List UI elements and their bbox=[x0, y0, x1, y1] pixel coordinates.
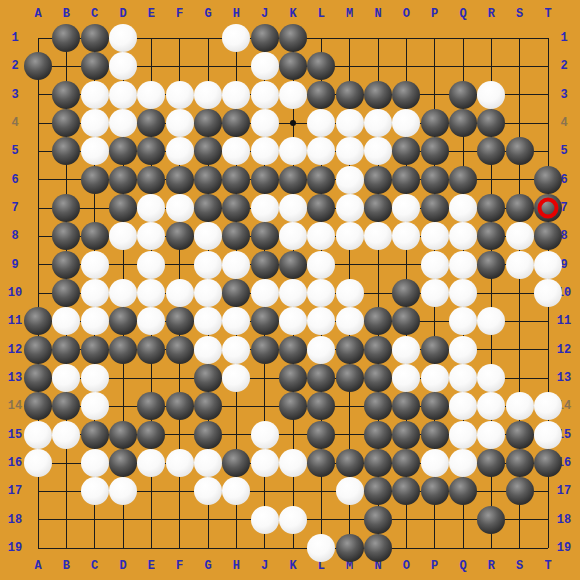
row-label-right-4: 4 bbox=[560, 117, 567, 129]
white-stone-M6[interactable] bbox=[336, 166, 364, 194]
black-stone-S7[interactable] bbox=[506, 194, 534, 222]
white-stone-L4[interactable] bbox=[307, 109, 335, 137]
row-label-left-13: 13 bbox=[8, 372, 22, 384]
grid-line-horizontal bbox=[38, 548, 548, 549]
white-stone-F5[interactable] bbox=[166, 137, 194, 165]
black-stone-S16[interactable] bbox=[506, 449, 534, 477]
white-stone-P10[interactable] bbox=[421, 279, 449, 307]
black-stone-P4[interactable] bbox=[421, 109, 449, 137]
black-stone-O17[interactable] bbox=[392, 477, 420, 505]
black-stone-A2[interactable] bbox=[24, 52, 52, 80]
white-stone-T9[interactable] bbox=[534, 251, 562, 279]
column-label-top-M: M bbox=[346, 8, 353, 20]
black-stone-L7[interactable] bbox=[307, 194, 335, 222]
black-stone-H10[interactable] bbox=[222, 279, 250, 307]
white-stone-J2[interactable] bbox=[251, 52, 279, 80]
black-stone-N15[interactable] bbox=[364, 421, 392, 449]
black-stone-O6[interactable] bbox=[392, 166, 420, 194]
black-stone-R7[interactable] bbox=[477, 194, 505, 222]
black-stone-F6[interactable] bbox=[166, 166, 194, 194]
white-stone-Q12[interactable] bbox=[449, 336, 477, 364]
row-label-left-16: 16 bbox=[8, 457, 22, 469]
black-stone-J12[interactable] bbox=[251, 336, 279, 364]
black-stone-D6[interactable] bbox=[109, 166, 137, 194]
white-stone-C9[interactable] bbox=[81, 251, 109, 279]
column-label-top-R: R bbox=[488, 8, 495, 20]
black-stone-O5[interactable] bbox=[392, 137, 420, 165]
column-label-top-J: J bbox=[261, 8, 268, 20]
row-label-left-5: 5 bbox=[11, 145, 18, 157]
column-label-bottom-S: S bbox=[516, 560, 523, 572]
black-stone-L6[interactable] bbox=[307, 166, 335, 194]
white-stone-J3[interactable] bbox=[251, 81, 279, 109]
black-stone-Q17[interactable] bbox=[449, 477, 477, 505]
white-stone-C3[interactable] bbox=[81, 81, 109, 109]
white-stone-D8[interactable] bbox=[109, 222, 137, 250]
black-stone-H6[interactable] bbox=[222, 166, 250, 194]
column-label-top-H: H bbox=[233, 8, 240, 20]
black-stone-R18[interactable] bbox=[477, 506, 505, 534]
black-stone-C1[interactable] bbox=[81, 24, 109, 52]
row-label-left-2: 2 bbox=[11, 60, 18, 72]
black-stone-C2[interactable] bbox=[81, 52, 109, 80]
black-stone-L13[interactable] bbox=[307, 364, 335, 392]
black-stone-N3[interactable] bbox=[364, 81, 392, 109]
white-stone-R3[interactable] bbox=[477, 81, 505, 109]
black-stone-O16[interactable] bbox=[392, 449, 420, 477]
column-label-top-O: O bbox=[403, 8, 410, 20]
white-stone-K18[interactable] bbox=[279, 506, 307, 534]
black-stone-E15[interactable] bbox=[137, 421, 165, 449]
black-stone-Q3[interactable] bbox=[449, 81, 477, 109]
white-stone-P13[interactable] bbox=[421, 364, 449, 392]
white-stone-C16[interactable] bbox=[81, 449, 109, 477]
black-stone-M3[interactable] bbox=[336, 81, 364, 109]
black-stone-B7[interactable] bbox=[52, 194, 80, 222]
black-stone-N6[interactable] bbox=[364, 166, 392, 194]
black-stone-H8[interactable] bbox=[222, 222, 250, 250]
black-stone-E6[interactable] bbox=[137, 166, 165, 194]
column-label-top-N: N bbox=[374, 8, 381, 20]
white-stone-H12[interactable] bbox=[222, 336, 250, 364]
black-stone-E12[interactable] bbox=[137, 336, 165, 364]
black-stone-T16[interactable] bbox=[534, 449, 562, 477]
white-stone-K10[interactable] bbox=[279, 279, 307, 307]
white-stone-M4[interactable] bbox=[336, 109, 364, 137]
black-stone-R9[interactable] bbox=[477, 251, 505, 279]
black-stone-L3[interactable] bbox=[307, 81, 335, 109]
white-stone-O8[interactable] bbox=[392, 222, 420, 250]
white-stone-O13[interactable] bbox=[392, 364, 420, 392]
white-stone-L19[interactable] bbox=[307, 534, 335, 562]
white-stone-K5[interactable] bbox=[279, 137, 307, 165]
black-stone-P15[interactable] bbox=[421, 421, 449, 449]
white-stone-C11[interactable] bbox=[81, 307, 109, 335]
black-stone-Q6[interactable] bbox=[449, 166, 477, 194]
black-stone-C12[interactable] bbox=[81, 336, 109, 364]
black-stone-T6[interactable] bbox=[534, 166, 562, 194]
go-game-screen: AABBCCDDEEFFGGHHJJKKLLMMNNOOPPQQRRSSTT11… bbox=[0, 0, 580, 580]
white-stone-Q8[interactable] bbox=[449, 222, 477, 250]
white-stone-L5[interactable] bbox=[307, 137, 335, 165]
black-stone-P5[interactable] bbox=[421, 137, 449, 165]
black-stone-P12[interactable] bbox=[421, 336, 449, 364]
black-stone-G7[interactable] bbox=[194, 194, 222, 222]
black-stone-K13[interactable] bbox=[279, 364, 307, 392]
white-stone-P9[interactable] bbox=[421, 251, 449, 279]
black-stone-N17[interactable] bbox=[364, 477, 392, 505]
white-stone-P16[interactable] bbox=[421, 449, 449, 477]
row-label-left-3: 3 bbox=[11, 89, 18, 101]
white-stone-E7[interactable] bbox=[137, 194, 165, 222]
white-stone-G9[interactable] bbox=[194, 251, 222, 279]
white-stone-K3[interactable] bbox=[279, 81, 307, 109]
black-stone-K1[interactable] bbox=[279, 24, 307, 52]
white-stone-G11[interactable] bbox=[194, 307, 222, 335]
black-stone-D16[interactable] bbox=[109, 449, 137, 477]
white-stone-D4[interactable] bbox=[109, 109, 137, 137]
black-stone-N13[interactable] bbox=[364, 364, 392, 392]
white-stone-L12[interactable] bbox=[307, 336, 335, 364]
white-stone-G8[interactable] bbox=[194, 222, 222, 250]
black-stone-A11[interactable] bbox=[24, 307, 52, 335]
white-stone-T10[interactable] bbox=[534, 279, 562, 307]
black-stone-N19[interactable] bbox=[364, 534, 392, 562]
black-stone-B3[interactable] bbox=[52, 81, 80, 109]
white-stone-D2[interactable] bbox=[109, 52, 137, 80]
black-stone-F12[interactable] bbox=[166, 336, 194, 364]
white-stone-E8[interactable] bbox=[137, 222, 165, 250]
black-stone-E4[interactable] bbox=[137, 109, 165, 137]
row-label-left-4: 4 bbox=[11, 117, 18, 129]
white-stone-H17[interactable] bbox=[222, 477, 250, 505]
white-stone-M10[interactable] bbox=[336, 279, 364, 307]
white-stone-J5[interactable] bbox=[251, 137, 279, 165]
white-stone-E11[interactable] bbox=[137, 307, 165, 335]
black-stone-O11[interactable] bbox=[392, 307, 420, 335]
white-stone-H11[interactable] bbox=[222, 307, 250, 335]
row-label-right-18: 18 bbox=[557, 514, 571, 526]
white-stone-M8[interactable] bbox=[336, 222, 364, 250]
black-stone-G15[interactable] bbox=[194, 421, 222, 449]
row-label-right-2: 2 bbox=[560, 60, 567, 72]
white-stone-B13[interactable] bbox=[52, 364, 80, 392]
white-stone-P8[interactable] bbox=[421, 222, 449, 250]
column-label-bottom-B: B bbox=[63, 560, 70, 572]
black-stone-P6[interactable] bbox=[421, 166, 449, 194]
white-stone-Q13[interactable] bbox=[449, 364, 477, 392]
black-stone-P14[interactable] bbox=[421, 392, 449, 420]
black-stone-R8[interactable] bbox=[477, 222, 505, 250]
column-label-bottom-E: E bbox=[148, 560, 155, 572]
black-stone-F11[interactable] bbox=[166, 307, 194, 335]
white-stone-C14[interactable] bbox=[81, 392, 109, 420]
white-stone-R15[interactable] bbox=[477, 421, 505, 449]
black-stone-K9[interactable] bbox=[279, 251, 307, 279]
white-stone-F4[interactable] bbox=[166, 109, 194, 137]
white-stone-G17[interactable] bbox=[194, 477, 222, 505]
black-stone-J1[interactable] bbox=[251, 24, 279, 52]
white-stone-R11[interactable] bbox=[477, 307, 505, 335]
black-stone-A12[interactable] bbox=[24, 336, 52, 364]
black-stone-J8[interactable] bbox=[251, 222, 279, 250]
black-stone-N18[interactable] bbox=[364, 506, 392, 534]
row-label-right-11: 11 bbox=[557, 315, 571, 327]
hoshi-point bbox=[290, 120, 296, 126]
column-label-top-S: S bbox=[516, 8, 523, 20]
white-stone-E16[interactable] bbox=[137, 449, 165, 477]
white-stone-K7[interactable] bbox=[279, 194, 307, 222]
white-stone-L10[interactable] bbox=[307, 279, 335, 307]
black-stone-O14[interactable] bbox=[392, 392, 420, 420]
column-label-bottom-J: J bbox=[261, 560, 268, 572]
black-stone-J9[interactable] bbox=[251, 251, 279, 279]
column-label-top-L: L bbox=[318, 8, 325, 20]
black-stone-B8[interactable] bbox=[52, 222, 80, 250]
black-stone-F14[interactable] bbox=[166, 392, 194, 420]
black-stone-D15[interactable] bbox=[109, 421, 137, 449]
white-stone-D1[interactable] bbox=[109, 24, 137, 52]
black-stone-O15[interactable] bbox=[392, 421, 420, 449]
black-stone-N7[interactable] bbox=[364, 194, 392, 222]
black-stone-L2[interactable] bbox=[307, 52, 335, 80]
row-label-right-17: 17 bbox=[557, 485, 571, 497]
white-stone-N4[interactable] bbox=[364, 109, 392, 137]
white-stone-J4[interactable] bbox=[251, 109, 279, 137]
white-stone-Q11[interactable] bbox=[449, 307, 477, 335]
white-stone-C5[interactable] bbox=[81, 137, 109, 165]
white-stone-D3[interactable] bbox=[109, 81, 137, 109]
white-stone-J15[interactable] bbox=[251, 421, 279, 449]
black-stone-J6[interactable] bbox=[251, 166, 279, 194]
black-stone-B1[interactable] bbox=[52, 24, 80, 52]
black-stone-K12[interactable] bbox=[279, 336, 307, 364]
black-stone-D7[interactable] bbox=[109, 194, 137, 222]
white-stone-K11[interactable] bbox=[279, 307, 307, 335]
white-stone-M7[interactable] bbox=[336, 194, 364, 222]
white-stone-D17[interactable] bbox=[109, 477, 137, 505]
column-label-bottom-T: T bbox=[544, 560, 551, 572]
white-stone-N5[interactable] bbox=[364, 137, 392, 165]
black-stone-M12[interactable] bbox=[336, 336, 364, 364]
white-stone-H3[interactable] bbox=[222, 81, 250, 109]
black-stone-L15[interactable] bbox=[307, 421, 335, 449]
white-stone-A15[interactable] bbox=[24, 421, 52, 449]
column-label-bottom-K: K bbox=[289, 560, 296, 572]
black-stone-B5[interactable] bbox=[52, 137, 80, 165]
black-stone-N14[interactable] bbox=[364, 392, 392, 420]
black-stone-A13[interactable] bbox=[24, 364, 52, 392]
white-stone-D10[interactable] bbox=[109, 279, 137, 307]
white-stone-A16[interactable] bbox=[24, 449, 52, 477]
black-stone-S17[interactable] bbox=[506, 477, 534, 505]
black-stone-M16[interactable] bbox=[336, 449, 364, 477]
white-stone-Q15[interactable] bbox=[449, 421, 477, 449]
white-stone-Q9[interactable] bbox=[449, 251, 477, 279]
white-stone-F3[interactable] bbox=[166, 81, 194, 109]
row-label-left-12: 12 bbox=[8, 344, 22, 356]
row-label-left-14: 14 bbox=[8, 400, 22, 412]
row-label-left-18: 18 bbox=[8, 514, 22, 526]
white-stone-F7[interactable] bbox=[166, 194, 194, 222]
black-stone-R5[interactable] bbox=[477, 137, 505, 165]
column-label-top-G: G bbox=[204, 8, 211, 20]
column-label-top-E: E bbox=[148, 8, 155, 20]
black-stone-D5[interactable] bbox=[109, 137, 137, 165]
white-stone-Q14[interactable] bbox=[449, 392, 477, 420]
white-stone-M17[interactable] bbox=[336, 477, 364, 505]
column-label-bottom-D: D bbox=[119, 560, 126, 572]
black-stone-R16[interactable] bbox=[477, 449, 505, 477]
row-label-left-9: 9 bbox=[11, 259, 18, 271]
white-stone-S14[interactable] bbox=[506, 392, 534, 420]
white-stone-G12[interactable] bbox=[194, 336, 222, 364]
white-stone-K8[interactable] bbox=[279, 222, 307, 250]
white-stone-J16[interactable] bbox=[251, 449, 279, 477]
white-stone-F10[interactable] bbox=[166, 279, 194, 307]
column-label-bottom-H: H bbox=[233, 560, 240, 572]
column-label-top-A: A bbox=[34, 8, 41, 20]
black-stone-G13[interactable] bbox=[194, 364, 222, 392]
black-stone-M13[interactable] bbox=[336, 364, 364, 392]
black-stone-C15[interactable] bbox=[81, 421, 109, 449]
row-label-left-11: 11 bbox=[8, 315, 22, 327]
black-stone-B4[interactable] bbox=[52, 109, 80, 137]
black-stone-N11[interactable] bbox=[364, 307, 392, 335]
black-stone-S15[interactable] bbox=[506, 421, 534, 449]
white-stone-Q16[interactable] bbox=[449, 449, 477, 477]
white-stone-L11[interactable] bbox=[307, 307, 335, 335]
black-stone-P7[interactable] bbox=[421, 194, 449, 222]
white-stone-O4[interactable] bbox=[392, 109, 420, 137]
white-stone-H1[interactable] bbox=[222, 24, 250, 52]
white-stone-C17[interactable] bbox=[81, 477, 109, 505]
white-stone-L8[interactable] bbox=[307, 222, 335, 250]
white-stone-S9[interactable] bbox=[506, 251, 534, 279]
black-stone-C8[interactable] bbox=[81, 222, 109, 250]
black-stone-N16[interactable] bbox=[364, 449, 392, 477]
black-stone-F8[interactable] bbox=[166, 222, 194, 250]
black-stone-O10[interactable] bbox=[392, 279, 420, 307]
white-stone-G10[interactable] bbox=[194, 279, 222, 307]
white-stone-M5[interactable] bbox=[336, 137, 364, 165]
black-stone-S5[interactable] bbox=[506, 137, 534, 165]
row-label-left-17: 17 bbox=[8, 485, 22, 497]
black-stone-T8[interactable] bbox=[534, 222, 562, 250]
white-stone-Q7[interactable] bbox=[449, 194, 477, 222]
white-stone-C13[interactable] bbox=[81, 364, 109, 392]
column-label-top-T: T bbox=[544, 8, 551, 20]
white-stone-H9[interactable] bbox=[222, 251, 250, 279]
black-stone-G4[interactable] bbox=[194, 109, 222, 137]
black-stone-A14[interactable] bbox=[24, 392, 52, 420]
column-label-top-C: C bbox=[91, 8, 98, 20]
black-stone-B14[interactable] bbox=[52, 392, 80, 420]
column-label-bottom-F: F bbox=[176, 560, 183, 572]
column-label-top-K: K bbox=[289, 8, 296, 20]
black-stone-G5[interactable] bbox=[194, 137, 222, 165]
black-stone-L16[interactable] bbox=[307, 449, 335, 477]
black-stone-K14[interactable] bbox=[279, 392, 307, 420]
white-stone-B11[interactable] bbox=[52, 307, 80, 335]
white-stone-L9[interactable] bbox=[307, 251, 335, 279]
white-stone-T14[interactable] bbox=[534, 392, 562, 420]
white-stone-S8[interactable] bbox=[506, 222, 534, 250]
column-label-top-D: D bbox=[119, 8, 126, 20]
black-stone-B10[interactable] bbox=[52, 279, 80, 307]
black-stone-C6[interactable] bbox=[81, 166, 109, 194]
row-label-left-7: 7 bbox=[11, 202, 18, 214]
black-stone-E5[interactable] bbox=[137, 137, 165, 165]
white-stone-B15[interactable] bbox=[52, 421, 80, 449]
row-label-right-12: 12 bbox=[557, 344, 571, 356]
white-stone-R14[interactable] bbox=[477, 392, 505, 420]
white-stone-M11[interactable] bbox=[336, 307, 364, 335]
column-label-bottom-C: C bbox=[91, 560, 98, 572]
black-stone-G14[interactable] bbox=[194, 392, 222, 420]
white-stone-H5[interactable] bbox=[222, 137, 250, 165]
white-stone-G16[interactable] bbox=[194, 449, 222, 477]
black-stone-H7[interactable] bbox=[222, 194, 250, 222]
black-stone-N12[interactable] bbox=[364, 336, 392, 364]
black-stone-K6[interactable] bbox=[279, 166, 307, 194]
white-stone-H13[interactable] bbox=[222, 364, 250, 392]
white-stone-C4[interactable] bbox=[81, 109, 109, 137]
black-stone-J11[interactable] bbox=[251, 307, 279, 335]
white-stone-C10[interactable] bbox=[81, 279, 109, 307]
black-stone-B12[interactable] bbox=[52, 336, 80, 364]
black-stone-Q4[interactable] bbox=[449, 109, 477, 137]
row-label-right-13: 13 bbox=[557, 372, 571, 384]
white-stone-E3[interactable] bbox=[137, 81, 165, 109]
white-stone-J10[interactable] bbox=[251, 279, 279, 307]
last-move-marker bbox=[538, 198, 559, 219]
black-stone-H4[interactable] bbox=[222, 109, 250, 137]
white-stone-G3[interactable] bbox=[194, 81, 222, 109]
column-label-bottom-G: G bbox=[204, 560, 211, 572]
black-stone-E14[interactable] bbox=[137, 392, 165, 420]
white-stone-J18[interactable] bbox=[251, 506, 279, 534]
white-stone-O12[interactable] bbox=[392, 336, 420, 364]
black-stone-K2[interactable] bbox=[279, 52, 307, 80]
white-stone-F16[interactable] bbox=[166, 449, 194, 477]
black-stone-H16[interactable] bbox=[222, 449, 250, 477]
black-stone-L14[interactable] bbox=[307, 392, 335, 420]
black-stone-G6[interactable] bbox=[194, 166, 222, 194]
white-stone-K16[interactable] bbox=[279, 449, 307, 477]
white-stone-R13[interactable] bbox=[477, 364, 505, 392]
row-label-right-3: 3 bbox=[560, 89, 567, 101]
white-stone-E10[interactable] bbox=[137, 279, 165, 307]
white-stone-T15[interactable] bbox=[534, 421, 562, 449]
white-stone-E9[interactable] bbox=[137, 251, 165, 279]
column-label-bottom-Q: Q bbox=[459, 560, 466, 572]
black-stone-B9[interactable] bbox=[52, 251, 80, 279]
black-stone-O3[interactable] bbox=[392, 81, 420, 109]
black-stone-D12[interactable] bbox=[109, 336, 137, 364]
row-label-left-6: 6 bbox=[11, 174, 18, 186]
white-stone-Q10[interactable] bbox=[449, 279, 477, 307]
black-stone-R4[interactable] bbox=[477, 109, 505, 137]
black-stone-M19[interactable] bbox=[336, 534, 364, 562]
black-stone-D11[interactable] bbox=[109, 307, 137, 335]
black-stone-P17[interactable] bbox=[421, 477, 449, 505]
white-stone-O7[interactable] bbox=[392, 194, 420, 222]
white-stone-J7[interactable] bbox=[251, 194, 279, 222]
column-label-bottom-R: R bbox=[488, 560, 495, 572]
column-label-bottom-O: O bbox=[403, 560, 410, 572]
white-stone-N8[interactable] bbox=[364, 222, 392, 250]
